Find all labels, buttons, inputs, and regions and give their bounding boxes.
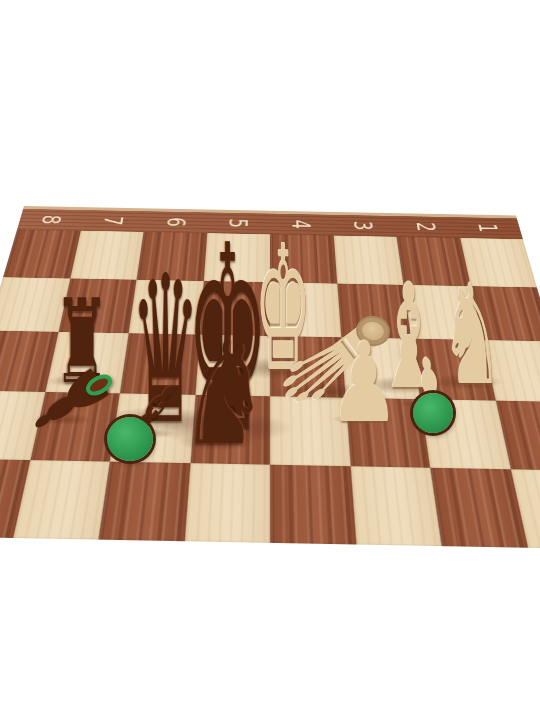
square	[195, 335, 270, 397]
rank-label-text: 6	[163, 217, 189, 227]
square	[350, 466, 442, 546]
square	[129, 280, 204, 335]
rank-label-2: 2	[393, 216, 459, 238]
square	[203, 233, 270, 282]
square	[137, 232, 207, 281]
rank-label-text: 3	[351, 221, 377, 231]
rank-label-text: 2	[413, 222, 440, 232]
square	[270, 465, 356, 545]
square	[337, 284, 412, 339]
square	[110, 393, 195, 463]
square	[98, 462, 190, 542]
rank-label-text: 4	[288, 220, 314, 230]
rank-label-text: 7	[100, 216, 127, 226]
square	[341, 337, 420, 399]
chessboard: 87654321	[0, 0, 540, 720]
rank-label-text: 8	[37, 215, 65, 225]
square	[199, 281, 270, 336]
square	[345, 398, 430, 468]
chess-set-product-photo: 87654321 ♜♛♚♞♟♝♚♛♟♝♞♟	[0, 0, 540, 720]
rank-label-text: 5	[226, 218, 252, 228]
square	[58, 278, 137, 333]
rank-label-7: 7	[80, 210, 146, 232]
square	[403, 285, 482, 340]
square	[270, 396, 350, 466]
square	[270, 282, 341, 337]
square	[411, 339, 495, 401]
rank-label-text: 1	[475, 223, 503, 233]
square	[70, 231, 144, 280]
square	[13, 460, 110, 539]
square	[396, 237, 470, 286]
square	[470, 286, 540, 341]
square	[184, 463, 270, 543]
square	[190, 395, 270, 465]
rank-label-6: 6	[144, 211, 209, 233]
square	[45, 332, 129, 394]
square	[120, 333, 199, 395]
rank-label-5: 5	[207, 212, 270, 234]
rank-label-1: 1	[455, 217, 523, 239]
square	[270, 234, 337, 283]
rank-label-4: 4	[270, 214, 333, 236]
square	[3, 229, 80, 278]
rank-label-8: 8	[17, 209, 85, 231]
board-squares	[0, 229, 540, 549]
square	[30, 392, 120, 462]
square	[333, 236, 403, 285]
board-surface: 87654321	[0, 206, 540, 549]
square	[460, 238, 537, 287]
square	[270, 336, 345, 398]
rank-label-3: 3	[332, 215, 397, 237]
